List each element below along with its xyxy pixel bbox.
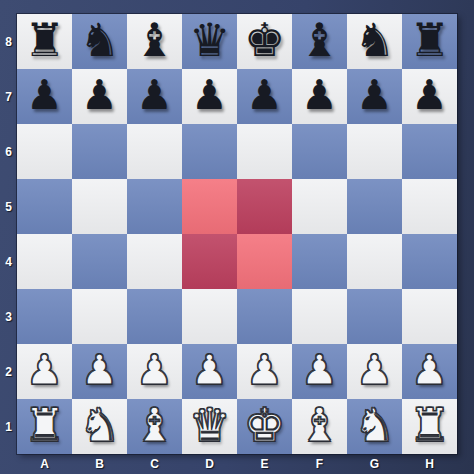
rank-label-6: 6 [0, 124, 17, 179]
white-knight[interactable]: ♞ [79, 398, 120, 453]
square-g3[interactable] [347, 289, 402, 344]
square-b4[interactable] [72, 234, 127, 289]
black-pawn[interactable]: ♟ [356, 68, 393, 123]
square-h5[interactable] [402, 179, 457, 234]
square-c2[interactable]: ♟ [127, 344, 182, 399]
square-b1[interactable]: ♞ [72, 399, 127, 454]
square-f4[interactable] [292, 234, 347, 289]
black-pawn[interactable]: ♟ [81, 68, 118, 123]
square-b5[interactable] [72, 179, 127, 234]
square-e5[interactable] [237, 179, 292, 234]
square-a5[interactable] [17, 179, 72, 234]
black-queen[interactable]: ♛ [189, 13, 230, 68]
white-king[interactable]: ♚ [244, 398, 285, 453]
square-c6[interactable] [127, 124, 182, 179]
square-d7[interactable]: ♟ [182, 69, 237, 124]
white-queen[interactable]: ♛ [189, 398, 230, 453]
file-label-f: F [292, 454, 347, 474]
white-knight[interactable]: ♞ [354, 398, 395, 453]
rank-label-7: 7 [0, 69, 17, 124]
square-d5[interactable] [182, 179, 237, 234]
square-h1[interactable]: ♜ [402, 399, 457, 454]
file-label-d: D [182, 454, 237, 474]
rank-label-3: 3 [0, 289, 17, 344]
black-bishop[interactable]: ♝ [299, 13, 340, 68]
square-g8[interactable]: ♞ [347, 14, 402, 69]
file-label-c: C [127, 454, 182, 474]
file-label-g: G [347, 454, 402, 474]
white-pawn[interactable]: ♟ [411, 343, 448, 398]
square-d4[interactable] [182, 234, 237, 289]
square-d1[interactable]: ♛ [182, 399, 237, 454]
file-label-a: A [17, 454, 72, 474]
square-h7[interactable]: ♟ [402, 69, 457, 124]
white-pawn[interactable]: ♟ [191, 343, 228, 398]
black-pawn[interactable]: ♟ [411, 68, 448, 123]
black-knight[interactable]: ♞ [354, 13, 395, 68]
square-c7[interactable]: ♟ [127, 69, 182, 124]
white-rook[interactable]: ♜ [24, 398, 65, 453]
rank-label-8: 8 [0, 14, 17, 69]
square-b3[interactable] [72, 289, 127, 344]
square-f5[interactable] [292, 179, 347, 234]
square-a4[interactable] [17, 234, 72, 289]
square-c8[interactable]: ♝ [127, 14, 182, 69]
square-a1[interactable]: ♜ [17, 399, 72, 454]
black-bishop[interactable]: ♝ [134, 13, 175, 68]
square-c5[interactable] [127, 179, 182, 234]
black-pawn[interactable]: ♟ [301, 68, 338, 123]
square-d6[interactable] [182, 124, 237, 179]
rank-label-1: 1 [0, 399, 17, 454]
square-b8[interactable]: ♞ [72, 14, 127, 69]
white-bishop[interactable]: ♝ [299, 398, 340, 453]
square-c4[interactable] [127, 234, 182, 289]
square-f7[interactable]: ♟ [292, 69, 347, 124]
file-label-e: E [237, 454, 292, 474]
square-f8[interactable]: ♝ [292, 14, 347, 69]
square-g7[interactable]: ♟ [347, 69, 402, 124]
square-a6[interactable] [17, 124, 72, 179]
black-pawn[interactable]: ♟ [26, 68, 63, 123]
square-c1[interactable]: ♝ [127, 399, 182, 454]
file-label-b: B [72, 454, 127, 474]
square-e1[interactable]: ♚ [237, 399, 292, 454]
square-c3[interactable] [127, 289, 182, 344]
square-h3[interactable] [402, 289, 457, 344]
square-e8[interactable]: ♚ [237, 14, 292, 69]
rank-label-5: 5 [0, 179, 17, 234]
chess-board: ♜♞♝♛♚♝♞♜♟♟♟♟♟♟♟♟♟♟♟♟♟♟♟♟♜♞♝♛♚♝♞♜ [17, 14, 457, 454]
square-a3[interactable] [17, 289, 72, 344]
square-g2[interactable]: ♟ [347, 344, 402, 399]
white-pawn[interactable]: ♟ [81, 343, 118, 398]
square-d2[interactable]: ♟ [182, 344, 237, 399]
square-b7[interactable]: ♟ [72, 69, 127, 124]
white-rook[interactable]: ♜ [409, 398, 450, 453]
black-rook[interactable]: ♜ [24, 13, 65, 68]
square-e3[interactable] [237, 289, 292, 344]
square-f3[interactable] [292, 289, 347, 344]
square-g1[interactable]: ♞ [347, 399, 402, 454]
square-a2[interactable]: ♟ [17, 344, 72, 399]
white-pawn[interactable]: ♟ [26, 343, 63, 398]
square-a7[interactable]: ♟ [17, 69, 72, 124]
square-e7[interactable]: ♟ [237, 69, 292, 124]
black-knight[interactable]: ♞ [79, 13, 120, 68]
square-h4[interactable] [402, 234, 457, 289]
white-pawn[interactable]: ♟ [301, 343, 338, 398]
square-e2[interactable]: ♟ [237, 344, 292, 399]
rank-label-4: 4 [0, 234, 17, 289]
file-label-h: H [402, 454, 457, 474]
square-f6[interactable] [292, 124, 347, 179]
square-h6[interactable] [402, 124, 457, 179]
square-b6[interactable] [72, 124, 127, 179]
black-pawn[interactable]: ♟ [246, 68, 283, 123]
black-pawn[interactable]: ♟ [191, 68, 228, 123]
white-bishop[interactable]: ♝ [134, 398, 175, 453]
square-g4[interactable] [347, 234, 402, 289]
square-b2[interactable]: ♟ [72, 344, 127, 399]
square-h8[interactable]: ♜ [402, 14, 457, 69]
square-f1[interactable]: ♝ [292, 399, 347, 454]
square-h2[interactable]: ♟ [402, 344, 457, 399]
black-king[interactable]: ♚ [244, 13, 285, 68]
black-rook[interactable]: ♜ [409, 13, 450, 68]
rank-labels: 87654321 [0, 14, 17, 454]
file-labels: ABCDEFGH [17, 454, 457, 474]
square-e4[interactable] [237, 234, 292, 289]
square-e6[interactable] [237, 124, 292, 179]
square-g5[interactable] [347, 179, 402, 234]
white-pawn[interactable]: ♟ [246, 343, 283, 398]
white-pawn[interactable]: ♟ [136, 343, 173, 398]
white-pawn[interactable]: ♟ [356, 343, 393, 398]
square-a8[interactable]: ♜ [17, 14, 72, 69]
square-d8[interactable]: ♛ [182, 14, 237, 69]
black-pawn[interactable]: ♟ [136, 68, 173, 123]
rank-label-2: 2 [0, 344, 17, 399]
square-d3[interactable] [182, 289, 237, 344]
square-f2[interactable]: ♟ [292, 344, 347, 399]
square-g6[interactable] [347, 124, 402, 179]
